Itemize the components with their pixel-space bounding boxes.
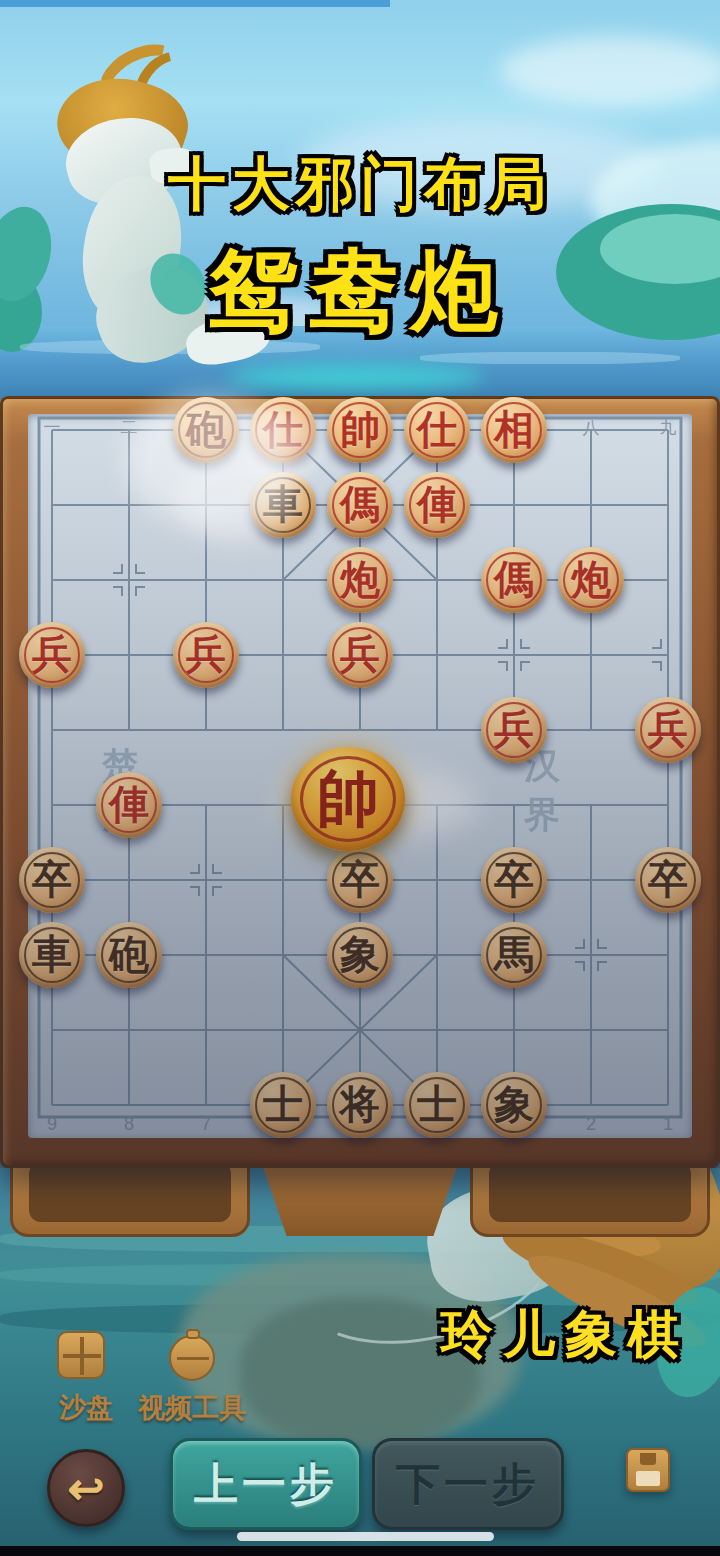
xiangqi-piece[interactable]: 卒 [19, 847, 85, 913]
xiangqi-piece[interactable]: 傌 [481, 547, 547, 613]
water-glow [228, 364, 484, 390]
icon-detail [177, 1357, 209, 1360]
previous-step-button[interactable]: 上一步 [170, 1438, 362, 1530]
xiangqi-piece[interactable]: 仕 [404, 397, 470, 463]
video-tools-icon[interactable] [169, 1335, 215, 1381]
home-indicator[interactable] [237, 1532, 494, 1541]
piece-char: 俥 [109, 785, 149, 825]
app-screen: 十大邪门布局 鸳鸯炮 一二三四五六七八九 987654321 楚 河 汉 界 砲… [0, 0, 720, 1556]
river-text-han-jie: 汉 界 [524, 742, 654, 840]
piece-char: 将 [340, 1085, 380, 1125]
save-icon[interactable] [626, 1448, 670, 1492]
sandbox-icon[interactable] [57, 1331, 105, 1379]
xiangqi-piece[interactable]: 兵 [327, 622, 393, 688]
piece-char: 砲 [109, 935, 149, 975]
title-line2: 鸳鸯炮 [0, 232, 720, 351]
xiangqi-piece[interactable]: 将 [327, 1072, 393, 1138]
xiangqi-piece[interactable]: 卒 [327, 847, 393, 913]
file-label: 1 [651, 1114, 685, 1135]
piece-char: 卒 [340, 860, 380, 900]
xiangqi-piece[interactable]: 炮 [327, 547, 393, 613]
piece-char: 傌 [494, 560, 534, 600]
xiangqi-piece[interactable]: 馬 [481, 922, 547, 988]
channel-watermark: 玲儿象棋 [415, 1300, 715, 1370]
file-label: 9 [35, 1114, 69, 1135]
xiangqi-piece[interactable]: 車 [250, 472, 316, 538]
piece-char: 卒 [648, 860, 688, 900]
xiangqi-piece[interactable]: 象 [327, 922, 393, 988]
video-tools-label: 视频工具 [120, 1390, 264, 1426]
file-label: 二 [112, 416, 146, 439]
wave-highlight [420, 352, 680, 364]
piece-char: 仕 [417, 410, 457, 450]
piece-char: 兵 [648, 710, 688, 750]
xiangqi-piece[interactable]: 兵 [481, 697, 547, 763]
floating-general-piece[interactable]: 帥 [291, 747, 405, 851]
file-label: 2 [574, 1114, 608, 1135]
xiangqi-piece[interactable]: 炮 [558, 547, 624, 613]
xiangqi-piece[interactable]: 兵 [635, 697, 701, 763]
piece-char: 象 [340, 935, 380, 975]
xiangqi-piece[interactable]: 仕 [250, 397, 316, 463]
file-label: 7 [189, 1114, 223, 1135]
piece-char: 車 [263, 485, 303, 525]
video-title: 十大邪门布局 鸳鸯炮 [0, 0, 720, 351]
piece-char: 車 [32, 935, 72, 975]
icon-detail [63, 1354, 101, 1358]
piece-char: 炮 [571, 560, 611, 600]
icon-detail [186, 1329, 200, 1339]
file-label: 九 [651, 416, 685, 439]
xiangqi-piece[interactable]: 卒 [635, 847, 701, 913]
xiangqi-piece[interactable]: 卒 [481, 847, 547, 913]
xiangqi-piece[interactable]: 俥 [96, 772, 162, 838]
file-label: 一 [35, 416, 69, 439]
video-bottom-bar [0, 1546, 720, 1556]
piece-char: 仕 [263, 410, 303, 450]
video-top-bar [0, 0, 720, 7]
xiangqi-board[interactable]: 一二三四五六七八九 987654321 楚 河 汉 界 砲仕帥仕相車傌俥炮傌炮兵… [28, 414, 692, 1138]
xiangqi-piece[interactable]: 傌 [327, 472, 393, 538]
top-bar-segment [0, 0, 390, 7]
back-arrow-icon: ↩ [68, 1463, 105, 1514]
piece-char: 兵 [494, 710, 534, 750]
file-label: 8 [112, 1114, 146, 1135]
xiangqi-piece[interactable]: 砲 [96, 922, 162, 988]
piece-char: 士 [263, 1085, 303, 1125]
piece-char: 砲 [186, 410, 226, 450]
piece-char: 炮 [340, 560, 380, 600]
xiangqi-piece[interactable]: 兵 [19, 622, 85, 688]
title-line1: 十大邪门布局 [0, 146, 720, 224]
xiangqi-piece[interactable]: 俥 [404, 472, 470, 538]
floating-piece-char: 帥 [317, 757, 379, 841]
piece-char: 兵 [32, 635, 72, 675]
xiangqi-piece[interactable]: 士 [404, 1072, 470, 1138]
piece-char: 傌 [340, 485, 380, 525]
board-frame: 一二三四五六七八九 987654321 楚 河 汉 界 砲仕帥仕相車傌俥炮傌炮兵… [0, 396, 720, 1168]
back-button[interactable]: ↩ [47, 1449, 125, 1527]
xiangqi-piece[interactable]: 象 [481, 1072, 547, 1138]
file-label: 八 [574, 416, 608, 439]
piece-char: 象 [494, 1085, 534, 1125]
xiangqi-piece[interactable]: 車 [19, 922, 85, 988]
piece-char: 卒 [32, 860, 72, 900]
piece-char: 兵 [340, 635, 380, 675]
piece-char: 士 [417, 1085, 457, 1125]
xiangqi-piece[interactable]: 相 [481, 397, 547, 463]
xiangqi-piece[interactable]: 帥 [327, 397, 393, 463]
piece-char: 相 [494, 410, 534, 450]
piece-char: 兵 [186, 635, 226, 675]
xiangqi-piece[interactable]: 砲 [173, 397, 239, 463]
piece-char: 卒 [494, 860, 534, 900]
xiangqi-piece[interactable]: 士 [250, 1072, 316, 1138]
next-step-button[interactable]: 下一步 [372, 1438, 564, 1530]
xiangqi-piece[interactable]: 兵 [173, 622, 239, 688]
piece-char: 俥 [417, 485, 457, 525]
piece-char: 馬 [494, 935, 534, 975]
piece-char: 帥 [340, 410, 380, 450]
